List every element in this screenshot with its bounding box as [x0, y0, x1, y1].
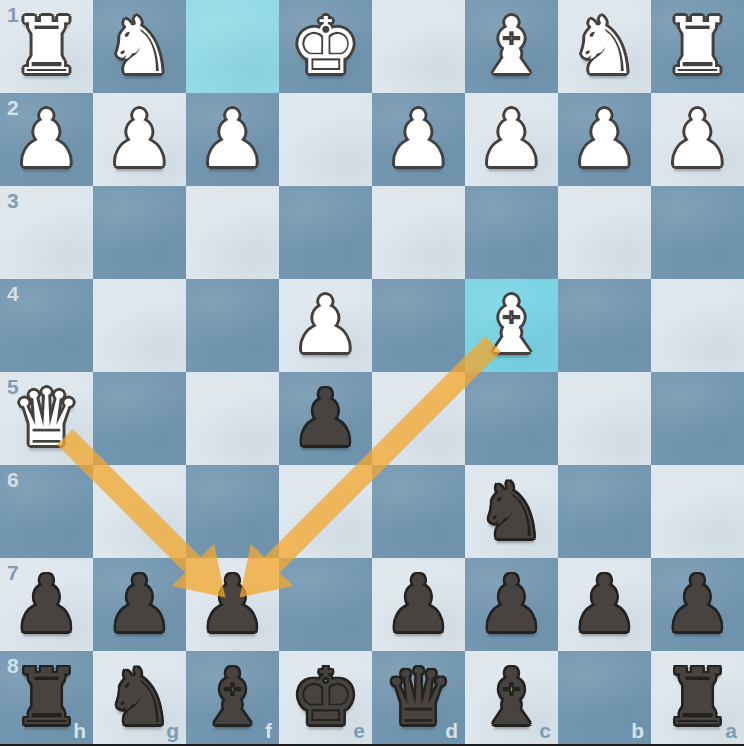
- square-a1[interactable]: ♜: [651, 0, 744, 93]
- square-c4[interactable]: ♝: [465, 279, 558, 372]
- piece-bP-d7[interactable]: ♟: [372, 558, 465, 651]
- square-e8[interactable]: e♚: [279, 651, 372, 744]
- square-d6[interactable]: [372, 465, 465, 558]
- square-b2[interactable]: ♟: [558, 93, 651, 186]
- file-label-c: c: [539, 719, 551, 743]
- file-label-f: f: [265, 719, 272, 743]
- piece-bP-e5[interactable]: ♟: [279, 372, 372, 465]
- square-d1[interactable]: [372, 0, 465, 93]
- square-h6[interactable]: 6: [0, 465, 93, 558]
- square-g3[interactable]: [93, 186, 186, 279]
- square-f4[interactable]: [186, 279, 279, 372]
- square-f2[interactable]: ♟: [186, 93, 279, 186]
- chess-board: 1♜♞♚♝♞♜2♟♟♟♟♟♟♟34♟♝5♛♟6♞7♟♟♟♟♟♟♟8h♜g♞f♝e…: [0, 0, 744, 744]
- square-a2[interactable]: ♟: [651, 93, 744, 186]
- square-g4[interactable]: [93, 279, 186, 372]
- rank-label-8: 8: [7, 654, 19, 678]
- square-h5[interactable]: 5♛: [0, 372, 93, 465]
- square-h7[interactable]: 7♟: [0, 558, 93, 651]
- piece-bN-c6[interactable]: ♞: [465, 465, 558, 558]
- file-label-g: g: [166, 719, 179, 743]
- square-d3[interactable]: [372, 186, 465, 279]
- square-b4[interactable]: [558, 279, 651, 372]
- square-e5[interactable]: ♟: [279, 372, 372, 465]
- square-g1[interactable]: ♞: [93, 0, 186, 93]
- piece-wP-c2[interactable]: ♟: [465, 93, 558, 186]
- piece-bP-a7[interactable]: ♟: [651, 558, 744, 651]
- square-f6[interactable]: [186, 465, 279, 558]
- rank-label-4: 4: [7, 282, 19, 306]
- square-b6[interactable]: [558, 465, 651, 558]
- rank-label-7: 7: [7, 561, 19, 585]
- square-e6[interactable]: [279, 465, 372, 558]
- square-e7[interactable]: [279, 558, 372, 651]
- piece-bP-f7[interactable]: ♟: [186, 558, 279, 651]
- square-b1[interactable]: ♞: [558, 0, 651, 93]
- piece-wB-c1[interactable]: ♝: [465, 0, 558, 93]
- piece-wR-a1[interactable]: ♜: [651, 0, 744, 93]
- square-b5[interactable]: [558, 372, 651, 465]
- square-c1[interactable]: ♝: [465, 0, 558, 93]
- piece-wB-c4[interactable]: ♝: [465, 279, 558, 372]
- square-f5[interactable]: [186, 372, 279, 465]
- square-h4[interactable]: 4: [0, 279, 93, 372]
- piece-wP-d2[interactable]: ♟: [372, 93, 465, 186]
- file-label-a: a: [725, 719, 737, 743]
- square-e2[interactable]: [279, 93, 372, 186]
- square-e4[interactable]: ♟: [279, 279, 372, 372]
- square-a8[interactable]: a♜: [651, 651, 744, 744]
- piece-wP-g2[interactable]: ♟: [93, 93, 186, 186]
- square-g2[interactable]: ♟: [93, 93, 186, 186]
- square-f3[interactable]: [186, 186, 279, 279]
- file-label-d: d: [445, 719, 458, 743]
- square-b3[interactable]: [558, 186, 651, 279]
- square-f1[interactable]: [186, 0, 279, 93]
- square-h1[interactable]: 1♜: [0, 0, 93, 93]
- square-e3[interactable]: [279, 186, 372, 279]
- square-c5[interactable]: [465, 372, 558, 465]
- square-c8[interactable]: c♝: [465, 651, 558, 744]
- rank-label-6: 6: [7, 468, 19, 492]
- square-b8[interactable]: b: [558, 651, 651, 744]
- rank-label-5: 5: [7, 375, 19, 399]
- square-g6[interactable]: [93, 465, 186, 558]
- square-d7[interactable]: ♟: [372, 558, 465, 651]
- square-h3[interactable]: 3: [0, 186, 93, 279]
- square-c7[interactable]: ♟: [465, 558, 558, 651]
- square-h2[interactable]: 2♟: [0, 93, 93, 186]
- piece-bP-b7[interactable]: ♟: [558, 558, 651, 651]
- square-g8[interactable]: g♞: [93, 651, 186, 744]
- square-g7[interactable]: ♟: [93, 558, 186, 651]
- square-d5[interactable]: [372, 372, 465, 465]
- square-d2[interactable]: ♟: [372, 93, 465, 186]
- rank-label-2: 2: [7, 96, 19, 120]
- square-a3[interactable]: [651, 186, 744, 279]
- piece-bP-g7[interactable]: ♟: [93, 558, 186, 651]
- square-a7[interactable]: ♟: [651, 558, 744, 651]
- square-f7[interactable]: ♟: [186, 558, 279, 651]
- rank-label-1: 1: [7, 3, 19, 27]
- square-a6[interactable]: [651, 465, 744, 558]
- piece-wN-g1[interactable]: ♞: [93, 0, 186, 93]
- piece-bP-c7[interactable]: ♟: [465, 558, 558, 651]
- piece-wP-b2[interactable]: ♟: [558, 93, 651, 186]
- piece-wP-e4[interactable]: ♟: [279, 279, 372, 372]
- rank-label-3: 3: [7, 189, 19, 213]
- square-a5[interactable]: [651, 372, 744, 465]
- square-b7[interactable]: ♟: [558, 558, 651, 651]
- square-d4[interactable]: [372, 279, 465, 372]
- piece-wN-b1[interactable]: ♞: [558, 0, 651, 93]
- square-f8[interactable]: f♝: [186, 651, 279, 744]
- square-g5[interactable]: [93, 372, 186, 465]
- piece-wK-e1[interactable]: ♚: [279, 0, 372, 93]
- square-c6[interactable]: ♞: [465, 465, 558, 558]
- chess-app: 1♜♞♚♝♞♜2♟♟♟♟♟♟♟34♟♝5♛♟6♞7♟♟♟♟♟♟♟8h♜g♞f♝e…: [0, 0, 744, 746]
- file-label-b: b: [631, 719, 644, 743]
- square-c3[interactable]: [465, 186, 558, 279]
- square-e1[interactable]: ♚: [279, 0, 372, 93]
- square-a4[interactable]: [651, 279, 744, 372]
- file-label-e: e: [353, 719, 365, 743]
- square-c2[interactable]: ♟: [465, 93, 558, 186]
- piece-wP-f2[interactable]: ♟: [186, 93, 279, 186]
- square-h8[interactable]: 8h♜: [0, 651, 93, 744]
- piece-wP-a2[interactable]: ♟: [651, 93, 744, 186]
- file-label-h: h: [73, 719, 86, 743]
- square-d8[interactable]: d♛: [372, 651, 465, 744]
